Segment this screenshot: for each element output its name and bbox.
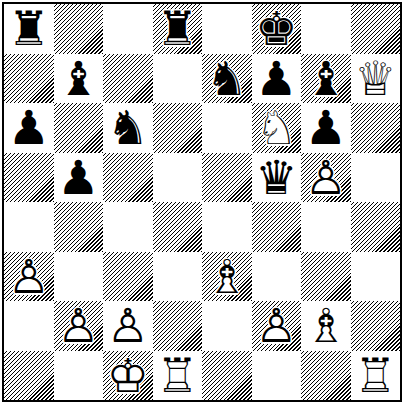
- piece-white-pawn: ♟♙: [54, 301, 104, 351]
- square-g7[interactable]: ♝♝: [301, 54, 351, 104]
- square-a8[interactable]: ♜♜: [4, 4, 54, 54]
- piece-glyph: ♖: [351, 351, 401, 401]
- piece-black-pawn: ♟♟: [54, 153, 104, 203]
- piece-glyph: ♙: [252, 301, 302, 351]
- piece-glyph: ♖: [153, 351, 203, 401]
- square-h7[interactable]: ♛♕: [351, 54, 401, 104]
- square-h8[interactable]: [351, 4, 401, 54]
- piece-glyph: ♝: [54, 54, 104, 104]
- square-a5[interactable]: [4, 153, 54, 203]
- square-e8[interactable]: [202, 4, 252, 54]
- piece-glyph: ♟: [4, 103, 54, 153]
- square-f4[interactable]: [252, 202, 302, 252]
- square-e2[interactable]: [202, 301, 252, 351]
- square-c5[interactable]: [103, 153, 153, 203]
- square-h4[interactable]: [351, 202, 401, 252]
- square-d7[interactable]: [153, 54, 203, 104]
- square-d5[interactable]: [153, 153, 203, 203]
- piece-white-bishop: ♝♗: [202, 252, 252, 302]
- square-f7[interactable]: ♟♟: [252, 54, 302, 104]
- square-b3[interactable]: [54, 252, 104, 302]
- piece-black-pawn: ♟♟: [4, 103, 54, 153]
- square-f5[interactable]: ♛♛: [252, 153, 302, 203]
- piece-glyph: ♟: [54, 153, 104, 203]
- square-e5[interactable]: [202, 153, 252, 203]
- piece-glyph: ♙: [4, 252, 54, 302]
- piece-white-pawn: ♟♙: [301, 153, 351, 203]
- square-c4[interactable]: [103, 202, 153, 252]
- square-e4[interactable]: [202, 202, 252, 252]
- square-a1[interactable]: [4, 351, 54, 401]
- piece-white-bishop: ♝♗: [301, 301, 351, 351]
- square-c6[interactable]: ♞♞: [103, 103, 153, 153]
- piece-glyph: ♚: [252, 4, 302, 54]
- piece-glyph: ♙: [103, 301, 153, 351]
- piece-white-pawn: ♟♙: [4, 252, 54, 302]
- piece-black-pawn: ♟♟: [301, 103, 351, 153]
- square-h1[interactable]: ♜♖: [351, 351, 401, 401]
- piece-black-knight: ♞♞: [103, 103, 153, 153]
- square-c3[interactable]: [103, 252, 153, 302]
- square-b1[interactable]: [54, 351, 104, 401]
- square-b7[interactable]: ♝♝: [54, 54, 104, 104]
- piece-glyph: ♙: [54, 301, 104, 351]
- piece-glyph: ♞: [103, 103, 153, 153]
- square-d3[interactable]: [153, 252, 203, 302]
- square-g3[interactable]: [301, 252, 351, 302]
- piece-black-rook: ♜♜: [153, 4, 203, 54]
- square-f8[interactable]: ♚♚: [252, 4, 302, 54]
- board-frame: ♜♜♜♜♚♚♝♝♞♞♟♟♝♝♛♕♟♟♞♞♞♘♟♟♟♟♛♛♟♙♟♙♝♗♟♙♟♙♟♙…: [2, 2, 402, 402]
- square-c7[interactable]: [103, 54, 153, 104]
- square-g8[interactable]: [301, 4, 351, 54]
- piece-black-knight: ♞♞: [202, 54, 252, 104]
- square-e7[interactable]: ♞♞: [202, 54, 252, 104]
- piece-black-king: ♚♚: [252, 4, 302, 54]
- piece-white-pawn: ♟♙: [103, 301, 153, 351]
- square-h5[interactable]: [351, 153, 401, 203]
- square-f3[interactable]: [252, 252, 302, 302]
- piece-black-queen: ♛♛: [252, 153, 302, 203]
- square-b5[interactable]: ♟♟: [54, 153, 104, 203]
- square-e1[interactable]: [202, 351, 252, 401]
- square-h3[interactable]: [351, 252, 401, 302]
- square-d1[interactable]: ♜♖: [153, 351, 203, 401]
- square-b8[interactable]: [54, 4, 104, 54]
- square-g6[interactable]: ♟♟: [301, 103, 351, 153]
- square-c2[interactable]: ♟♙: [103, 301, 153, 351]
- piece-white-rook: ♜♖: [153, 351, 203, 401]
- square-a2[interactable]: [4, 301, 54, 351]
- square-b6[interactable]: [54, 103, 104, 153]
- piece-black-pawn: ♟♟: [252, 54, 302, 104]
- piece-glyph: ♗: [301, 301, 351, 351]
- square-g1[interactable]: [301, 351, 351, 401]
- square-g5[interactable]: ♟♙: [301, 153, 351, 203]
- piece-glyph: ♝: [301, 54, 351, 104]
- piece-white-pawn: ♟♙: [252, 301, 302, 351]
- piece-glyph: ♙: [301, 153, 351, 203]
- square-h2[interactable]: [351, 301, 401, 351]
- square-d2[interactable]: [153, 301, 203, 351]
- square-e3[interactable]: ♝♗: [202, 252, 252, 302]
- square-c1[interactable]: ♚♔: [103, 351, 153, 401]
- piece-white-rook: ♜♖: [351, 351, 401, 401]
- piece-glyph: ♜: [153, 4, 203, 54]
- piece-black-bishop: ♝♝: [301, 54, 351, 104]
- piece-white-queen: ♛♕: [351, 54, 401, 104]
- square-g2[interactable]: ♝♗: [301, 301, 351, 351]
- square-b2[interactable]: ♟♙: [54, 301, 104, 351]
- square-a6[interactable]: ♟♟: [4, 103, 54, 153]
- chess-board: ♜♜♜♜♚♚♝♝♞♞♟♟♝♝♛♕♟♟♞♞♞♘♟♟♟♟♛♛♟♙♟♙♝♗♟♙♟♙♟♙…: [4, 4, 400, 400]
- square-a3[interactable]: ♟♙: [4, 252, 54, 302]
- square-d4[interactable]: [153, 202, 203, 252]
- piece-black-bishop: ♝♝: [54, 54, 104, 104]
- square-a4[interactable]: [4, 202, 54, 252]
- piece-glyph: ♗: [202, 252, 252, 302]
- piece-glyph: ♜: [4, 4, 54, 54]
- square-e6[interactable]: [202, 103, 252, 153]
- square-g4[interactable]: [301, 202, 351, 252]
- piece-glyph: ♔: [103, 351, 153, 401]
- piece-glyph: ♟: [252, 54, 302, 104]
- piece-glyph: ♕: [351, 54, 401, 104]
- piece-black-rook: ♜♜: [4, 4, 54, 54]
- square-h6[interactable]: [351, 103, 401, 153]
- piece-glyph: ♞: [202, 54, 252, 104]
- square-d8[interactable]: ♜♜: [153, 4, 203, 54]
- piece-glyph: ♟: [301, 103, 351, 153]
- chess-diagram: ♜♜♜♜♚♚♝♝♞♞♟♟♝♝♛♕♟♟♞♞♞♘♟♟♟♟♛♛♟♙♟♙♝♗♟♙♟♙♟♙…: [0, 0, 404, 404]
- square-a7[interactable]: [4, 54, 54, 104]
- piece-glyph: ♛: [252, 153, 302, 203]
- square-f2[interactable]: ♟♙: [252, 301, 302, 351]
- piece-glyph: ♘: [252, 103, 302, 153]
- square-f1[interactable]: [252, 351, 302, 401]
- piece-white-knight: ♞♘: [252, 103, 302, 153]
- square-c8[interactable]: [103, 4, 153, 54]
- square-f6[interactable]: ♞♘: [252, 103, 302, 153]
- square-d6[interactable]: [153, 103, 203, 153]
- square-b4[interactable]: [54, 202, 104, 252]
- piece-white-king: ♚♔: [103, 351, 153, 401]
